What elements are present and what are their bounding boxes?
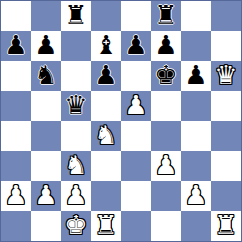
square-b4[interactable]: [31, 121, 61, 151]
square-f1[interactable]: [151, 211, 181, 241]
square-f5[interactable]: [151, 91, 181, 121]
square-a4[interactable]: [1, 121, 31, 151]
square-g8[interactable]: [181, 1, 211, 31]
square-a5[interactable]: [1, 91, 31, 121]
square-f2[interactable]: [151, 181, 181, 211]
square-a8[interactable]: [1, 1, 31, 31]
square-g1[interactable]: [181, 211, 211, 241]
piece-white-rook-icon[interactable]: ♜: [94, 212, 117, 238]
piece-black-king-icon[interactable]: ♚: [154, 62, 177, 88]
piece-black-rook-icon[interactable]: ♜: [64, 2, 87, 28]
square-d5[interactable]: [91, 91, 121, 121]
square-e6[interactable]: [121, 61, 151, 91]
square-d2[interactable]: [91, 181, 121, 211]
piece-white-knight-icon[interactable]: ♞: [64, 152, 87, 178]
piece-black-pawn-icon[interactable]: ♟: [154, 32, 177, 58]
square-h4[interactable]: [211, 121, 241, 151]
square-f3[interactable]: ♟: [151, 151, 181, 181]
square-d7[interactable]: ♝: [91, 31, 121, 61]
square-g3[interactable]: [181, 151, 211, 181]
piece-white-knight-icon[interactable]: ♞: [94, 122, 117, 148]
square-h3[interactable]: [211, 151, 241, 181]
piece-black-pawn-icon[interactable]: ♟: [184, 62, 207, 88]
square-a6[interactable]: [1, 61, 31, 91]
square-e1[interactable]: [121, 211, 151, 241]
square-b1[interactable]: [31, 211, 61, 241]
piece-white-pawn-icon[interactable]: ♟: [64, 182, 87, 208]
piece-black-bishop-icon[interactable]: ♝: [94, 32, 117, 58]
piece-white-queen-icon[interactable]: ♛: [214, 62, 237, 88]
piece-white-pawn-icon[interactable]: ♟: [124, 92, 147, 118]
square-c1[interactable]: ♚: [61, 211, 91, 241]
square-c5[interactable]: ♛: [61, 91, 91, 121]
square-g4[interactable]: [181, 121, 211, 151]
square-e5[interactable]: ♟: [121, 91, 151, 121]
chess-board: ♜♜♟♟♝♟♟♞♟♚♟♛♛♟♞♞♟♟♟♟♟♚♜♜: [0, 0, 242, 242]
square-d1[interactable]: ♜: [91, 211, 121, 241]
piece-black-pawn-icon[interactable]: ♟: [124, 32, 147, 58]
piece-black-rook-icon[interactable]: ♜: [154, 2, 177, 28]
square-b2[interactable]: ♟: [31, 181, 61, 211]
square-a1[interactable]: [1, 211, 31, 241]
square-b3[interactable]: [31, 151, 61, 181]
square-f7[interactable]: ♟: [151, 31, 181, 61]
square-e3[interactable]: [121, 151, 151, 181]
square-g6[interactable]: ♟: [181, 61, 211, 91]
square-c8[interactable]: ♜: [61, 1, 91, 31]
square-h2[interactable]: [211, 181, 241, 211]
square-d4[interactable]: ♞: [91, 121, 121, 151]
square-h1[interactable]: ♜: [211, 211, 241, 241]
square-c2[interactable]: ♟: [61, 181, 91, 211]
piece-white-pawn-icon[interactable]: ♟: [4, 182, 27, 208]
piece-black-pawn-icon[interactable]: ♟: [4, 32, 27, 58]
square-h6[interactable]: ♛: [211, 61, 241, 91]
piece-black-queen-icon[interactable]: ♛: [64, 92, 87, 118]
piece-white-pawn-icon[interactable]: ♟: [184, 182, 207, 208]
square-a2[interactable]: ♟: [1, 181, 31, 211]
square-b5[interactable]: [31, 91, 61, 121]
square-a3[interactable]: [1, 151, 31, 181]
square-a7[interactable]: ♟: [1, 31, 31, 61]
square-h7[interactable]: [211, 31, 241, 61]
piece-white-pawn-icon[interactable]: ♟: [34, 182, 57, 208]
piece-black-pawn-icon[interactable]: ♟: [94, 62, 117, 88]
piece-white-pawn-icon[interactable]: ♟: [154, 152, 177, 178]
square-h5[interactable]: [211, 91, 241, 121]
square-e4[interactable]: [121, 121, 151, 151]
square-g2[interactable]: ♟: [181, 181, 211, 211]
square-d3[interactable]: [91, 151, 121, 181]
square-c3[interactable]: ♞: [61, 151, 91, 181]
square-b6[interactable]: ♞: [31, 61, 61, 91]
square-f8[interactable]: ♜: [151, 1, 181, 31]
square-f4[interactable]: [151, 121, 181, 151]
square-g7[interactable]: [181, 31, 211, 61]
piece-white-king-icon[interactable]: ♚: [64, 212, 87, 238]
piece-black-knight-icon[interactable]: ♞: [34, 62, 57, 88]
square-g5[interactable]: [181, 91, 211, 121]
square-c6[interactable]: [61, 61, 91, 91]
square-b8[interactable]: [31, 1, 61, 31]
square-d8[interactable]: [91, 1, 121, 31]
square-b7[interactable]: ♟: [31, 31, 61, 61]
piece-black-pawn-icon[interactable]: ♟: [34, 32, 57, 58]
square-e7[interactable]: ♟: [121, 31, 151, 61]
square-f6[interactable]: ♚: [151, 61, 181, 91]
square-e2[interactable]: [121, 181, 151, 211]
square-e8[interactable]: [121, 1, 151, 31]
square-d6[interactable]: ♟: [91, 61, 121, 91]
square-c7[interactable]: [61, 31, 91, 61]
square-h8[interactable]: [211, 1, 241, 31]
piece-white-rook-icon[interactable]: ♜: [214, 212, 237, 238]
square-c4[interactable]: [61, 121, 91, 151]
